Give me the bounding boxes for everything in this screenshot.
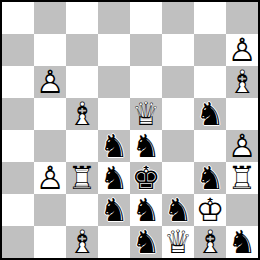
piece-black-knight-e2: ♞ (130, 194, 162, 226)
square-d5[interactable] (98, 98, 130, 130)
square-f7[interactable] (162, 34, 194, 66)
square-f3[interactable] (162, 162, 194, 194)
piece-white-queen-e5: ♕ (130, 98, 162, 130)
piece-black-knight-g5: ♞ (194, 98, 226, 130)
square-c7[interactable] (66, 34, 98, 66)
square-b2[interactable] (34, 194, 66, 226)
square-b4[interactable] (34, 130, 66, 162)
square-g7[interactable] (194, 34, 226, 66)
square-h6[interactable]: ♝♗ (226, 66, 258, 98)
square-f6[interactable] (162, 66, 194, 98)
square-b6[interactable]: ♟♙ (34, 66, 66, 98)
square-g6[interactable] (194, 66, 226, 98)
piece-white-bishop-c5: ♗ (66, 98, 98, 130)
square-h3[interactable]: ♜♖ (226, 162, 258, 194)
square-g5[interactable]: ♞ (194, 98, 226, 130)
piece-white-pawn-h7: ♙ (226, 34, 258, 66)
piece-black-knight-e1: ♞ (130, 226, 162, 258)
piece-black-knight-f2: ♞ (162, 194, 194, 226)
square-h8[interactable] (226, 2, 258, 34)
square-c4[interactable] (66, 130, 98, 162)
piece-white-rook-h3-fill: ♜ (226, 162, 258, 194)
square-a7[interactable] (2, 34, 34, 66)
square-e1[interactable]: ♞ (130, 226, 162, 258)
square-e4[interactable]: ♞ (130, 130, 162, 162)
square-e2[interactable]: ♞ (130, 194, 162, 226)
square-f8[interactable] (162, 2, 194, 34)
square-e6[interactable] (130, 66, 162, 98)
square-f2[interactable]: ♞ (162, 194, 194, 226)
piece-black-knight-d3: ♞ (98, 162, 130, 194)
piece-white-bishop-c1-fill: ♝ (66, 226, 98, 258)
square-a8[interactable] (2, 2, 34, 34)
square-a3[interactable] (2, 162, 34, 194)
square-c2[interactable] (66, 194, 98, 226)
piece-white-pawn-b3-fill: ♟ (34, 162, 66, 194)
square-f5[interactable] (162, 98, 194, 130)
square-g3[interactable]: ♞ (194, 162, 226, 194)
piece-white-bishop-c5-fill: ♝ (66, 98, 98, 130)
square-a6[interactable] (2, 66, 34, 98)
piece-white-bishop-g1-fill: ♝ (194, 226, 226, 258)
square-c3[interactable]: ♜♖ (66, 162, 98, 194)
piece-white-queen-f1-fill: ♛ (162, 226, 194, 258)
piece-white-king-g2-fill: ♚ (194, 194, 226, 226)
square-c6[interactable] (66, 66, 98, 98)
square-d7[interactable] (98, 34, 130, 66)
piece-white-rook-c3: ♖ (66, 162, 98, 194)
piece-white-pawn-b6-fill: ♟ (34, 66, 66, 98)
piece-white-queen-f1: ♕ (162, 226, 194, 258)
square-h7[interactable]: ♟♙ (226, 34, 258, 66)
square-d8[interactable] (98, 2, 130, 34)
piece-white-king-g2: ♔ (194, 194, 226, 226)
square-e5[interactable]: ♛♕ (130, 98, 162, 130)
square-b7[interactable] (34, 34, 66, 66)
square-h4[interactable]: ♟♙ (226, 130, 258, 162)
piece-black-knight-d4: ♞ (98, 130, 130, 162)
square-d6[interactable] (98, 66, 130, 98)
piece-white-rook-h3: ♖ (226, 162, 258, 194)
square-c5[interactable]: ♝♗ (66, 98, 98, 130)
square-a4[interactable] (2, 130, 34, 162)
piece-black-knight-e4: ♞ (130, 130, 162, 162)
piece-white-pawn-h4-fill: ♟ (226, 130, 258, 162)
piece-black-knight-h1: ♞ (226, 226, 258, 258)
piece-white-bishop-h6: ♗ (226, 66, 258, 98)
square-d2[interactable]: ♞ (98, 194, 130, 226)
piece-white-pawn-b6: ♙ (34, 66, 66, 98)
square-a5[interactable] (2, 98, 34, 130)
square-c8[interactable] (66, 2, 98, 34)
square-g1[interactable]: ♝♗ (194, 226, 226, 258)
square-e7[interactable] (130, 34, 162, 66)
piece-white-rook-c3-fill: ♜ (66, 162, 98, 194)
square-f4[interactable] (162, 130, 194, 162)
piece-black-knight-g3: ♞ (194, 162, 226, 194)
piece-white-queen-e5-fill: ♛ (130, 98, 162, 130)
piece-white-pawn-h7-fill: ♟ (226, 34, 258, 66)
square-g8[interactable] (194, 2, 226, 34)
square-h5[interactable] (226, 98, 258, 130)
square-g4[interactable] (194, 130, 226, 162)
square-a1[interactable] (2, 226, 34, 258)
square-a2[interactable] (2, 194, 34, 226)
square-b8[interactable] (34, 2, 66, 34)
square-h2[interactable] (226, 194, 258, 226)
piece-white-pawn-b3: ♙ (34, 162, 66, 194)
square-h1[interactable]: ♞ (226, 226, 258, 258)
square-b1[interactable] (34, 226, 66, 258)
square-g2[interactable]: ♚♔ (194, 194, 226, 226)
piece-black-king-e3: ♚ (130, 162, 162, 194)
square-d1[interactable] (98, 226, 130, 258)
chess-board: ♟♙♟♙♝♗♝♗♛♕♞♞♞♟♙♟♙♜♖♞♚♞♜♖♞♞♞♚♔♝♗♞♛♕♝♗♞ (0, 0, 260, 260)
piece-white-bishop-g1: ♗ (194, 226, 226, 258)
square-b5[interactable] (34, 98, 66, 130)
piece-white-bishop-h6-fill: ♝ (226, 66, 258, 98)
piece-white-bishop-c1: ♗ (66, 226, 98, 258)
square-f1[interactable]: ♛♕ (162, 226, 194, 258)
square-d3[interactable]: ♞ (98, 162, 130, 194)
piece-black-knight-d2: ♞ (98, 194, 130, 226)
square-e3[interactable]: ♚ (130, 162, 162, 194)
piece-white-pawn-h4: ♙ (226, 130, 258, 162)
square-d4[interactable]: ♞ (98, 130, 130, 162)
square-c1[interactable]: ♝♗ (66, 226, 98, 258)
square-b3[interactable]: ♟♙ (34, 162, 66, 194)
square-e8[interactable] (130, 2, 162, 34)
